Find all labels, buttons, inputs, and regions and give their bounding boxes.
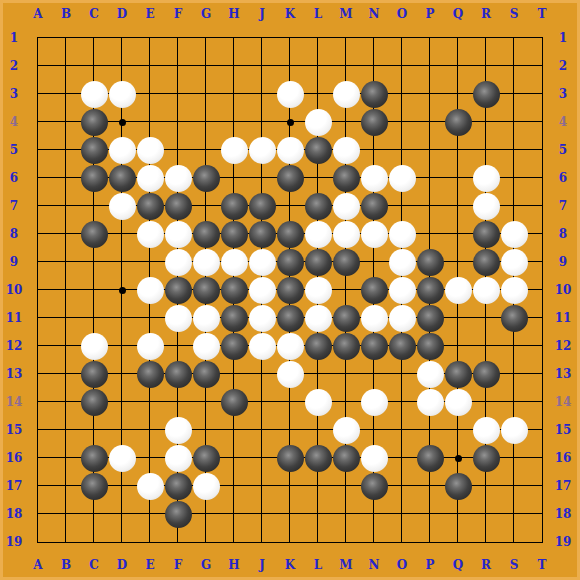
- board-cell[interactable]: [178, 94, 206, 122]
- stone-black: [361, 109, 388, 136]
- board-cell[interactable]: [430, 206, 458, 234]
- stone-white: [81, 333, 108, 360]
- stone-black: [137, 361, 164, 388]
- col-label-top-D: D: [108, 6, 136, 22]
- board-cell[interactable]: [486, 38, 514, 66]
- stone-black: [417, 277, 444, 304]
- stone-black: [221, 277, 248, 304]
- star-point: [455, 455, 462, 462]
- row-label-right-10: 10: [549, 282, 577, 298]
- col-label-top-N: N: [360, 6, 388, 22]
- board-cell[interactable]: [514, 514, 542, 542]
- board-cell[interactable]: [430, 514, 458, 542]
- stone-white: [137, 165, 164, 192]
- col-label-top-F: F: [164, 6, 192, 22]
- board-cell[interactable]: [486, 514, 514, 542]
- board-cell[interactable]: [38, 150, 66, 178]
- stone-black: [81, 389, 108, 416]
- board-cell[interactable]: [514, 374, 542, 402]
- stone-white: [109, 137, 136, 164]
- stone-white: [333, 221, 360, 248]
- col-label-bottom-G: G: [192, 557, 220, 573]
- board-cell[interactable]: [38, 122, 66, 150]
- col-label-bottom-Q: Q: [444, 557, 472, 573]
- board-cell[interactable]: [150, 66, 178, 94]
- board-cell[interactable]: [402, 94, 430, 122]
- row-label-left-14: 14: [0, 394, 28, 410]
- col-label-top-J: J: [248, 6, 276, 22]
- board-cell[interactable]: [94, 290, 122, 318]
- row-label-left-10: 10: [0, 282, 28, 298]
- stone-black: [473, 81, 500, 108]
- star-point: [119, 119, 126, 126]
- col-label-top-G: G: [192, 6, 220, 22]
- stone-black: [473, 221, 500, 248]
- board-cell[interactable]: [38, 430, 66, 458]
- stone-black: [277, 277, 304, 304]
- stone-black: [221, 221, 248, 248]
- row-label-right-17: 17: [549, 478, 577, 494]
- row-label-right-13: 13: [549, 366, 577, 382]
- stone-white: [501, 417, 528, 444]
- stone-black: [333, 305, 360, 332]
- stone-white: [417, 361, 444, 388]
- stone-white: [193, 305, 220, 332]
- col-label-bottom-C: C: [80, 557, 108, 573]
- stone-white: [277, 137, 304, 164]
- stone-white: [389, 305, 416, 332]
- stone-black: [305, 445, 332, 472]
- stone-white: [361, 389, 388, 416]
- stone-black: [333, 445, 360, 472]
- board-cell[interactable]: [346, 514, 374, 542]
- row-label-right-19: 19: [549, 534, 577, 550]
- col-label-bottom-T: T: [528, 557, 556, 573]
- board-cell[interactable]: [318, 486, 346, 514]
- row-label-right-4: 4: [549, 114, 577, 130]
- stone-black: [333, 333, 360, 360]
- row-label-left-7: 7: [0, 198, 28, 214]
- stone-white: [473, 193, 500, 220]
- board-cell[interactable]: [234, 38, 262, 66]
- board-cell[interactable]: [290, 514, 318, 542]
- stone-black: [361, 81, 388, 108]
- row-label-right-8: 8: [549, 226, 577, 242]
- stone-black: [361, 333, 388, 360]
- board-cell[interactable]: [94, 38, 122, 66]
- stone-white: [361, 305, 388, 332]
- row-label-left-19: 19: [0, 534, 28, 550]
- stone-white: [249, 137, 276, 164]
- stone-black: [305, 193, 332, 220]
- row-label-left-1: 1: [0, 30, 28, 46]
- stone-white: [305, 389, 332, 416]
- stone-white: [333, 137, 360, 164]
- row-label-left-5: 5: [0, 142, 28, 158]
- row-label-left-18: 18: [0, 506, 28, 522]
- col-label-bottom-H: H: [220, 557, 248, 573]
- row-label-right-18: 18: [549, 506, 577, 522]
- stone-black: [221, 193, 248, 220]
- stone-black: [277, 249, 304, 276]
- row-label-right-7: 7: [549, 198, 577, 214]
- board-cell[interactable]: [38, 486, 66, 514]
- board-cell[interactable]: [234, 66, 262, 94]
- stone-black: [361, 193, 388, 220]
- board-cell[interactable]: [514, 458, 542, 486]
- board-cell[interactable]: [262, 402, 290, 430]
- col-label-top-B: B: [52, 6, 80, 22]
- stone-white: [165, 445, 192, 472]
- board-cell[interactable]: [38, 374, 66, 402]
- row-label-left-2: 2: [0, 58, 28, 74]
- board-cell[interactable]: [38, 402, 66, 430]
- col-label-bottom-D: D: [108, 557, 136, 573]
- stone-white: [165, 249, 192, 276]
- col-label-bottom-S: S: [500, 557, 528, 573]
- board-cell[interactable]: [150, 38, 178, 66]
- stone-black: [193, 165, 220, 192]
- stone-black: [445, 361, 472, 388]
- stone-black: [305, 333, 332, 360]
- row-label-left-15: 15: [0, 422, 28, 438]
- board-cell[interactable]: [458, 318, 486, 346]
- stone-white: [137, 277, 164, 304]
- board-cell[interactable]: [234, 430, 262, 458]
- board-cell[interactable]: [122, 402, 150, 430]
- board-cell[interactable]: [38, 346, 66, 374]
- board-cell[interactable]: [430, 38, 458, 66]
- board-cell[interactable]: [318, 38, 346, 66]
- board-cell[interactable]: [66, 290, 94, 318]
- stone-black: [81, 473, 108, 500]
- stone-white: [361, 221, 388, 248]
- row-label-right-2: 2: [549, 58, 577, 74]
- col-label-top-O: O: [388, 6, 416, 22]
- board-cell[interactable]: [430, 66, 458, 94]
- stone-white: [221, 249, 248, 276]
- col-label-top-Q: Q: [444, 6, 472, 22]
- board-cell[interactable]: [514, 178, 542, 206]
- stone-black: [193, 221, 220, 248]
- board-cell[interactable]: [38, 206, 66, 234]
- stone-black: [193, 277, 220, 304]
- row-label-left-13: 13: [0, 366, 28, 382]
- board-cell[interactable]: [514, 150, 542, 178]
- board-cell[interactable]: [122, 38, 150, 66]
- stone-white: [445, 277, 472, 304]
- board-cell[interactable]: [402, 122, 430, 150]
- stone-white: [109, 445, 136, 472]
- board-cell[interactable]: [38, 234, 66, 262]
- stone-white: [193, 249, 220, 276]
- col-label-bottom-P: P: [416, 557, 444, 573]
- star-point: [287, 119, 294, 126]
- stone-black: [445, 109, 472, 136]
- stone-black: [417, 445, 444, 472]
- row-label-right-5: 5: [549, 142, 577, 158]
- board-cell[interactable]: [514, 346, 542, 374]
- row-label-right-16: 16: [549, 450, 577, 466]
- stone-black: [193, 445, 220, 472]
- board-cell[interactable]: [262, 486, 290, 514]
- stone-black: [361, 473, 388, 500]
- stone-black: [221, 333, 248, 360]
- stone-white: [249, 249, 276, 276]
- stone-white: [81, 81, 108, 108]
- stone-black: [445, 473, 472, 500]
- board-cell[interactable]: [234, 94, 262, 122]
- stone-white: [361, 165, 388, 192]
- stone-black: [221, 389, 248, 416]
- board-cell[interactable]: [38, 262, 66, 290]
- stone-white: [249, 333, 276, 360]
- stone-black: [417, 305, 444, 332]
- stone-white: [249, 277, 276, 304]
- board-cell[interactable]: [122, 514, 150, 542]
- col-label-bottom-R: R: [472, 557, 500, 573]
- row-label-right-1: 1: [549, 30, 577, 46]
- row-label-left-17: 17: [0, 478, 28, 494]
- stone-black: [473, 361, 500, 388]
- stone-black: [277, 445, 304, 472]
- row-label-left-6: 6: [0, 170, 28, 186]
- col-label-bottom-F: F: [164, 557, 192, 573]
- board-cell[interactable]: [458, 38, 486, 66]
- board-cell[interactable]: [206, 94, 234, 122]
- stone-white: [165, 417, 192, 444]
- board-cell[interactable]: [486, 486, 514, 514]
- stone-white: [137, 333, 164, 360]
- col-label-top-R: R: [472, 6, 500, 22]
- stone-white: [305, 221, 332, 248]
- board-cell[interactable]: [458, 514, 486, 542]
- stone-black: [81, 361, 108, 388]
- stone-white: [109, 193, 136, 220]
- board-cell[interactable]: [66, 38, 94, 66]
- col-label-top-E: E: [136, 6, 164, 22]
- col-label-bottom-B: B: [52, 557, 80, 573]
- stone-white: [333, 193, 360, 220]
- row-label-right-6: 6: [549, 170, 577, 186]
- stone-white: [389, 249, 416, 276]
- board-cell[interactable]: [514, 38, 542, 66]
- stone-white: [277, 361, 304, 388]
- board-cell[interactable]: [290, 486, 318, 514]
- stone-black: [305, 249, 332, 276]
- stone-black: [333, 165, 360, 192]
- board-cell[interactable]: [94, 262, 122, 290]
- stone-white: [193, 473, 220, 500]
- stone-white: [501, 249, 528, 276]
- go-board: ABCDEFGHJKLMNOPQRST ABCDEFGHJKLMNOPQRST …: [0, 0, 580, 580]
- stone-black: [249, 193, 276, 220]
- stone-white: [137, 473, 164, 500]
- stone-black: [277, 221, 304, 248]
- stone-white: [277, 81, 304, 108]
- stone-black: [193, 361, 220, 388]
- board-cell[interactable]: [66, 262, 94, 290]
- board-cell[interactable]: [206, 514, 234, 542]
- board-cell[interactable]: [150, 94, 178, 122]
- stone-white: [165, 305, 192, 332]
- col-label-bottom-E: E: [136, 557, 164, 573]
- row-label-left-12: 12: [0, 338, 28, 354]
- board-cell[interactable]: [178, 122, 206, 150]
- board-cell[interactable]: [514, 486, 542, 514]
- board-cell[interactable]: [206, 66, 234, 94]
- stone-white: [333, 417, 360, 444]
- stone-black: [417, 333, 444, 360]
- stone-white: [221, 137, 248, 164]
- board-cell[interactable]: [206, 38, 234, 66]
- stone-black: [501, 305, 528, 332]
- stone-black: [165, 193, 192, 220]
- stone-white: [305, 277, 332, 304]
- stone-black: [165, 473, 192, 500]
- stone-white: [165, 165, 192, 192]
- col-label-bottom-L: L: [304, 557, 332, 573]
- col-label-bottom-O: O: [388, 557, 416, 573]
- stone-white: [417, 389, 444, 416]
- board-cell[interactable]: [486, 122, 514, 150]
- col-label-top-P: P: [416, 6, 444, 22]
- row-label-right-9: 9: [549, 254, 577, 270]
- board-cell[interactable]: [430, 150, 458, 178]
- board-cell[interactable]: [430, 178, 458, 206]
- board-cell[interactable]: [234, 514, 262, 542]
- stone-black: [473, 445, 500, 472]
- board-cell[interactable]: [38, 38, 66, 66]
- row-label-right-15: 15: [549, 422, 577, 438]
- board-cell[interactable]: [514, 94, 542, 122]
- board-cell[interactable]: [38, 514, 66, 542]
- col-label-bottom-J: J: [248, 557, 276, 573]
- col-label-bottom-K: K: [276, 557, 304, 573]
- stone-white: [473, 277, 500, 304]
- board-cell[interactable]: [346, 38, 374, 66]
- stone-white: [501, 221, 528, 248]
- board-cell[interactable]: [66, 514, 94, 542]
- board-cell[interactable]: [178, 66, 206, 94]
- board-cell[interactable]: [402, 66, 430, 94]
- board-cell[interactable]: [234, 486, 262, 514]
- col-label-top-H: H: [220, 6, 248, 22]
- board-cell[interactable]: [38, 318, 66, 346]
- stone-white: [389, 277, 416, 304]
- row-label-right-14: 14: [549, 394, 577, 410]
- stone-black: [333, 249, 360, 276]
- stone-white: [501, 277, 528, 304]
- board-cell[interactable]: [290, 38, 318, 66]
- stone-black: [81, 221, 108, 248]
- stone-black: [81, 445, 108, 472]
- stone-black: [81, 165, 108, 192]
- stone-black: [109, 165, 136, 192]
- board-cell[interactable]: [38, 94, 66, 122]
- row-label-left-8: 8: [0, 226, 28, 242]
- stone-white: [109, 81, 136, 108]
- col-label-bottom-N: N: [360, 557, 388, 573]
- star-point: [119, 287, 126, 294]
- stone-white: [305, 305, 332, 332]
- col-label-bottom-A: A: [24, 557, 52, 573]
- board-cell[interactable]: [514, 122, 542, 150]
- stone-black: [361, 277, 388, 304]
- stone-white: [361, 445, 388, 472]
- stone-white: [193, 333, 220, 360]
- col-label-top-M: M: [332, 6, 360, 22]
- stone-white: [277, 333, 304, 360]
- stone-white: [137, 221, 164, 248]
- stone-black: [305, 137, 332, 164]
- row-label-left-11: 11: [0, 310, 28, 326]
- stone-black: [277, 305, 304, 332]
- stone-black: [417, 249, 444, 276]
- col-label-top-S: S: [500, 6, 528, 22]
- board-cell[interactable]: [318, 514, 346, 542]
- stone-black: [81, 109, 108, 136]
- stone-white: [473, 417, 500, 444]
- stone-black: [165, 277, 192, 304]
- col-label-top-L: L: [304, 6, 332, 22]
- row-label-right-3: 3: [549, 86, 577, 102]
- stone-white: [445, 389, 472, 416]
- board-cell[interactable]: [38, 290, 66, 318]
- col-label-top-C: C: [80, 6, 108, 22]
- stone-white: [473, 165, 500, 192]
- board-cell[interactable]: [38, 66, 66, 94]
- row-label-left-3: 3: [0, 86, 28, 102]
- row-label-left-9: 9: [0, 254, 28, 270]
- board-cell[interactable]: [514, 66, 542, 94]
- board-cell[interactable]: [94, 514, 122, 542]
- stone-white: [305, 109, 332, 136]
- row-label-right-11: 11: [549, 310, 577, 326]
- stone-white: [389, 165, 416, 192]
- row-label-left-4: 4: [0, 114, 28, 130]
- stone-black: [473, 249, 500, 276]
- stone-black: [249, 221, 276, 248]
- board-cell[interactable]: [38, 178, 66, 206]
- stone-black: [389, 333, 416, 360]
- col-label-bottom-M: M: [332, 557, 360, 573]
- board-cell[interactable]: [402, 486, 430, 514]
- stone-white: [137, 137, 164, 164]
- board-cell[interactable]: [374, 514, 402, 542]
- board-cell[interactable]: [374, 38, 402, 66]
- col-label-top-K: K: [276, 6, 304, 22]
- stone-black: [277, 165, 304, 192]
- board-cell[interactable]: [402, 38, 430, 66]
- board-cell[interactable]: [38, 458, 66, 486]
- board-cell[interactable]: [234, 458, 262, 486]
- board-cell[interactable]: [262, 38, 290, 66]
- board-cell[interactable]: [178, 38, 206, 66]
- stone-white: [389, 221, 416, 248]
- board-cell[interactable]: [402, 514, 430, 542]
- stone-black: [221, 305, 248, 332]
- stone-white: [249, 305, 276, 332]
- board-cell[interactable]: [262, 514, 290, 542]
- stone-black: [81, 137, 108, 164]
- row-label-right-12: 12: [549, 338, 577, 354]
- col-label-top-T: T: [528, 6, 556, 22]
- col-label-top-A: A: [24, 6, 52, 22]
- stone-black: [165, 501, 192, 528]
- stone-black: [137, 193, 164, 220]
- stone-white: [165, 221, 192, 248]
